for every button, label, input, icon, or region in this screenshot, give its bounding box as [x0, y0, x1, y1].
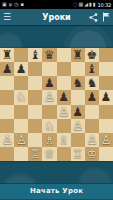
black-king: ♚ [85, 48, 99, 62]
square-c5[interactable] [28, 90, 42, 104]
square-a5[interactable] [0, 90, 14, 104]
square-a8[interactable]: ♜ [0, 48, 14, 62]
storage-icon: ▪ [20, 0, 23, 9]
app-icon: ▣ [2, 0, 7, 9]
square-f5[interactable] [71, 90, 85, 104]
square-f1[interactable]: ♖ [71, 147, 85, 161]
sync-icon: ◌ [73, 0, 77, 9]
square-g8[interactable]: ♚ [85, 48, 99, 62]
square-a4[interactable] [0, 105, 14, 119]
square-g1[interactable]: ♔ [85, 147, 99, 161]
square-b3[interactable] [14, 119, 28, 133]
white-knight: ♘ [42, 119, 56, 133]
square-e8[interactable] [57, 48, 71, 62]
square-e6[interactable] [57, 76, 71, 90]
black-bishop: ♝ [28, 48, 42, 62]
white-rook: ♖ [28, 147, 42, 161]
white-pawn: ♙ [42, 90, 56, 104]
status-time: 10:32 [98, 2, 111, 8]
black-pawn: ♟ [99, 90, 113, 104]
square-h6[interactable] [99, 76, 113, 90]
alarm-icon: ◷ [14, 0, 18, 9]
square-d4[interactable] [42, 105, 56, 119]
square-c7[interactable] [28, 62, 42, 76]
black-pawn: ♟ [42, 76, 56, 90]
square-b6[interactable] [14, 76, 28, 90]
square-f8[interactable]: ♜ [71, 48, 85, 62]
square-g6[interactable]: ♞ [85, 76, 99, 90]
square-f7[interactable] [71, 62, 85, 76]
app-header: ☰ Уроки [0, 9, 113, 25]
square-b1[interactable] [14, 147, 28, 161]
square-d7[interactable] [42, 62, 56, 76]
square-c8[interactable]: ♝ [28, 48, 42, 62]
black-pawn: ♟ [14, 62, 28, 76]
black-bishop: ♝ [85, 62, 99, 76]
black-pawn: ♟ [0, 62, 14, 76]
white-pawn: ♙ [14, 133, 28, 147]
square-b5[interactable]: ♘ [14, 90, 28, 104]
square-g2[interactable]: ♙ [85, 133, 99, 147]
square-a3[interactable] [0, 119, 14, 133]
black-rook: ♜ [71, 48, 85, 62]
square-c2[interactable] [28, 133, 42, 147]
white-rook: ♖ [71, 147, 85, 161]
square-f3[interactable]: ♙ [71, 119, 85, 133]
square-e4[interactable]: ♙ [57, 105, 71, 119]
square-e5[interactable]: ♟ [57, 90, 71, 104]
share-icon[interactable] [89, 13, 98, 22]
square-b8[interactable] [14, 48, 28, 62]
white-pawn: ♙ [71, 119, 85, 133]
square-b7[interactable]: ♟ [14, 62, 28, 76]
square-h4[interactable] [99, 105, 113, 119]
white-queen: ♕ [42, 147, 56, 161]
black-pawn: ♟ [71, 105, 85, 119]
square-c4[interactable] [28, 105, 42, 119]
white-pawn: ♙ [99, 133, 113, 147]
white-knight: ♘ [14, 90, 28, 104]
square-h1[interactable] [99, 147, 113, 161]
square-g4[interactable] [85, 105, 99, 119]
square-d8[interactable]: ♛ [42, 48, 56, 62]
square-a7[interactable]: ♟ [0, 62, 14, 76]
square-h7[interactable] [99, 62, 113, 76]
square-b2[interactable]: ♙ [14, 133, 28, 147]
square-d1[interactable]: ♕ [42, 147, 56, 161]
white-pawn: ♙ [85, 133, 99, 147]
square-d3[interactable]: ♘ [42, 119, 56, 133]
square-e3[interactable] [57, 119, 71, 133]
square-b4[interactable] [14, 105, 28, 119]
wifi-icon: ◢ [84, 0, 88, 9]
square-c1[interactable]: ♖ [28, 147, 42, 161]
signal-icon: ▮ [89, 0, 92, 9]
square-a6[interactable] [0, 76, 14, 90]
square-a2[interactable]: ♙ [0, 133, 14, 147]
square-h5[interactable]: ♟ [99, 90, 113, 104]
square-d6[interactable]: ♟ [42, 76, 56, 90]
battery-icon: ▮ [93, 0, 96, 9]
status-right-icons: ◌▦◢▮▮ [73, 0, 96, 9]
square-e7[interactable] [57, 62, 71, 76]
square-h3[interactable] [99, 119, 113, 133]
start-lesson-button[interactable]: Начать Урок [0, 183, 113, 200]
square-f6[interactable]: ♞ [71, 76, 85, 90]
status-left-icons: ▣ψ◷▪ [2, 0, 24, 9]
white-pawn: ♙ [57, 105, 71, 119]
black-queen: ♛ [42, 48, 56, 62]
flag-icon[interactable] [102, 12, 110, 22]
black-pawn: ♟ [85, 90, 99, 104]
square-f2[interactable] [71, 133, 85, 147]
white-bishop: ♗ [57, 133, 71, 147]
status-bar: ▣ψ◷▪ ◌▦◢▮▮ 10:32 [0, 0, 113, 9]
square-d2[interactable]: ♗ [42, 133, 56, 147]
black-rook: ♜ [0, 48, 14, 62]
black-knight: ♞ [71, 76, 85, 90]
square-h8[interactable] [99, 48, 113, 62]
white-bishop: ♗ [42, 133, 56, 147]
square-h2[interactable]: ♙ [99, 133, 113, 147]
square-a1[interactable] [0, 147, 14, 161]
square-g5[interactable]: ♟ [85, 90, 99, 104]
chess-board[interactable]: ♜♝♛♜♚♟♟♝♟♞♞♘♙♟♟♟♙♟♘♙♙♙♗♗♙♙♖♕♖♔ [0, 48, 113, 161]
square-g7[interactable]: ♝ [85, 62, 99, 76]
menu-icon[interactable]: ☰ [0, 9, 14, 25]
white-pawn: ♙ [0, 133, 14, 147]
square-e1[interactable] [57, 147, 71, 161]
square-f4[interactable]: ♟ [71, 105, 85, 119]
black-pawn: ♟ [57, 90, 71, 104]
square-d5[interactable]: ♙ [42, 90, 56, 104]
white-king: ♔ [85, 147, 99, 161]
square-c6[interactable] [28, 76, 42, 90]
square-c3[interactable] [28, 119, 42, 133]
roaming-icon: ▦ [78, 0, 83, 9]
square-e2[interactable]: ♗ [57, 133, 71, 147]
black-knight: ♞ [85, 76, 99, 90]
square-g3[interactable] [85, 119, 99, 133]
usb-icon: ψ [9, 0, 12, 9]
